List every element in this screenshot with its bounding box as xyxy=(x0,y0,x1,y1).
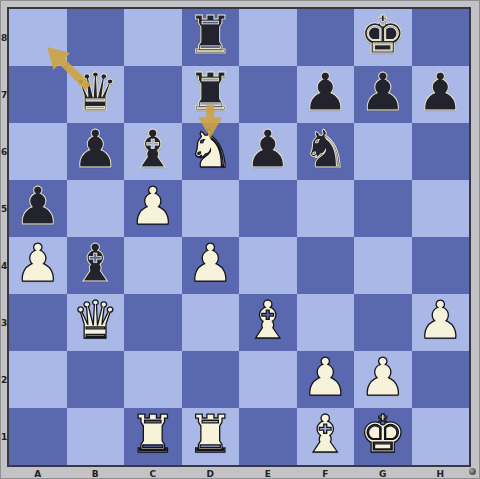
rank-label-3: 3 xyxy=(1,294,7,351)
square-c7[interactable] xyxy=(124,66,182,123)
square-e7[interactable] xyxy=(239,66,297,123)
black-pawn-a5[interactable]: ♟ xyxy=(14,178,61,235)
white-pawn-g2[interactable]: ♟ xyxy=(359,349,406,406)
file-label-e: E xyxy=(239,468,297,479)
white-knight-d6[interactable]: ♞ xyxy=(187,121,234,178)
square-e4[interactable] xyxy=(239,237,297,294)
square-e2[interactable] xyxy=(239,351,297,408)
square-c8[interactable] xyxy=(124,9,182,66)
white-rook-c1[interactable]: ♜ xyxy=(129,406,176,463)
square-a5[interactable]: ♟ xyxy=(9,180,67,237)
black-pawn-h7[interactable]: ♟ xyxy=(417,64,464,121)
square-h6[interactable] xyxy=(412,123,470,180)
square-b2[interactable] xyxy=(67,351,125,408)
rank-label-1: 1 xyxy=(1,408,7,465)
square-g3[interactable] xyxy=(354,294,412,351)
square-a2[interactable] xyxy=(9,351,67,408)
square-e1[interactable] xyxy=(239,408,297,465)
file-label-a: A xyxy=(9,468,67,479)
square-c6[interactable]: ♝ xyxy=(124,123,182,180)
black-knight-f6[interactable]: ♞ xyxy=(302,121,349,178)
square-d6[interactable]: ♞ xyxy=(182,123,240,180)
black-rook-d7[interactable]: ♜ xyxy=(187,64,234,121)
square-c5[interactable]: ♟ xyxy=(124,180,182,237)
square-b1[interactable] xyxy=(67,408,125,465)
square-f7[interactable]: ♟ xyxy=(297,66,355,123)
white-bishop-f1[interactable]: ♝ xyxy=(302,406,349,463)
square-d7[interactable]: ♜ xyxy=(182,66,240,123)
square-a7[interactable] xyxy=(9,66,67,123)
rank-label-7: 7 xyxy=(1,66,7,123)
square-e3[interactable]: ♝ xyxy=(239,294,297,351)
square-f6[interactable]: ♞ xyxy=(297,123,355,180)
square-f2[interactable]: ♟ xyxy=(297,351,355,408)
square-d1[interactable]: ♜ xyxy=(182,408,240,465)
square-a8[interactable] xyxy=(9,9,67,66)
square-b5[interactable] xyxy=(67,180,125,237)
square-d8[interactable]: ♜ xyxy=(182,9,240,66)
black-pawn-f7[interactable]: ♟ xyxy=(302,64,349,121)
file-label-c: C xyxy=(124,468,182,479)
white-king-g1[interactable]: ♚ xyxy=(359,406,406,463)
black-queen-b7[interactable]: ♛ xyxy=(72,64,119,121)
square-h1[interactable] xyxy=(412,408,470,465)
square-f3[interactable] xyxy=(297,294,355,351)
square-b4[interactable]: ♝ xyxy=(67,237,125,294)
file-label-d: D xyxy=(182,468,240,479)
square-h4[interactable] xyxy=(412,237,470,294)
square-h5[interactable] xyxy=(412,180,470,237)
square-a6[interactable] xyxy=(9,123,67,180)
square-d2[interactable] xyxy=(182,351,240,408)
square-c2[interactable] xyxy=(124,351,182,408)
white-pawn-d4[interactable]: ♟ xyxy=(187,235,234,292)
file-label-g: G xyxy=(354,468,412,479)
rank-label-2: 2 xyxy=(1,351,7,408)
square-a4[interactable]: ♟ xyxy=(9,237,67,294)
black-pawn-b6[interactable]: ♟ xyxy=(72,121,119,178)
white-pawn-c5[interactable]: ♟ xyxy=(129,178,176,235)
black-pawn-g7[interactable]: ♟ xyxy=(359,64,406,121)
black-pawn-e6[interactable]: ♟ xyxy=(244,121,291,178)
square-g1[interactable]: ♚ xyxy=(354,408,412,465)
rank-label-4: 4 xyxy=(1,237,7,294)
square-h7[interactable]: ♟ xyxy=(412,66,470,123)
square-b7[interactable]: ♛ xyxy=(67,66,125,123)
file-label-b: B xyxy=(67,468,125,479)
rank-label-6: 6 xyxy=(1,123,7,180)
square-g2[interactable]: ♟ xyxy=(354,351,412,408)
square-g7[interactable]: ♟ xyxy=(354,66,412,123)
square-c1[interactable]: ♜ xyxy=(124,408,182,465)
white-rook-d1[interactable]: ♜ xyxy=(187,406,234,463)
square-a1[interactable] xyxy=(9,408,67,465)
rank-label-8: 8 xyxy=(1,9,7,66)
square-h3[interactable]: ♟ xyxy=(412,294,470,351)
white-pawn-a4[interactable]: ♟ xyxy=(14,235,61,292)
square-f5[interactable] xyxy=(297,180,355,237)
file-label-f: F xyxy=(297,468,355,479)
rank-label-5: 5 xyxy=(1,180,7,237)
black-king-g8[interactable]: ♚ xyxy=(359,7,406,64)
black-bishop-b4[interactable]: ♝ xyxy=(72,235,119,292)
square-b6[interactable]: ♟ xyxy=(67,123,125,180)
resize-grip-dot xyxy=(469,468,476,475)
square-b8[interactable] xyxy=(67,9,125,66)
white-bishop-e3[interactable]: ♝ xyxy=(244,292,291,349)
black-bishop-c6[interactable]: ♝ xyxy=(129,121,176,178)
square-f1[interactable]: ♝ xyxy=(297,408,355,465)
square-c4[interactable] xyxy=(124,237,182,294)
white-pawn-h3[interactable]: ♟ xyxy=(417,292,464,349)
white-pawn-f2[interactable]: ♟ xyxy=(302,349,349,406)
square-g8[interactable]: ♚ xyxy=(354,9,412,66)
square-f8[interactable] xyxy=(297,9,355,66)
square-a3[interactable] xyxy=(9,294,67,351)
square-d3[interactable] xyxy=(182,294,240,351)
chess-board: ♜♚♛♜♟♟♟♟♝♞♟♞♟♟♟♝♟♛♝♟♟♟♜♜♝♚ xyxy=(9,9,469,465)
square-h8[interactable] xyxy=(412,9,470,66)
square-c3[interactable] xyxy=(124,294,182,351)
square-g5[interactable] xyxy=(354,180,412,237)
square-f4[interactable] xyxy=(297,237,355,294)
square-b3[interactable]: ♛ xyxy=(67,294,125,351)
square-g6[interactable] xyxy=(354,123,412,180)
square-e8[interactable] xyxy=(239,9,297,66)
square-e6[interactable]: ♟ xyxy=(239,123,297,180)
square-g4[interactable] xyxy=(354,237,412,294)
square-d4[interactable]: ♟ xyxy=(182,237,240,294)
file-label-h: H xyxy=(412,468,470,479)
black-rook-d8[interactable]: ♜ xyxy=(187,7,234,64)
square-d5[interactable] xyxy=(182,180,240,237)
square-e5[interactable] xyxy=(239,180,297,237)
chess-board-window: ♜♚♛♜♟♟♟♟♝♞♟♞♟♟♟♝♟♛♝♟♟♟♜♜♝♚ 87654321 ABCD… xyxy=(0,0,480,479)
white-queen-b3[interactable]: ♛ xyxy=(72,292,119,349)
square-h2[interactable] xyxy=(412,351,470,408)
board-frame: ♜♚♛♜♟♟♟♟♝♞♟♞♟♟♟♝♟♛♝♟♟♟♜♜♝♚ xyxy=(7,7,471,467)
